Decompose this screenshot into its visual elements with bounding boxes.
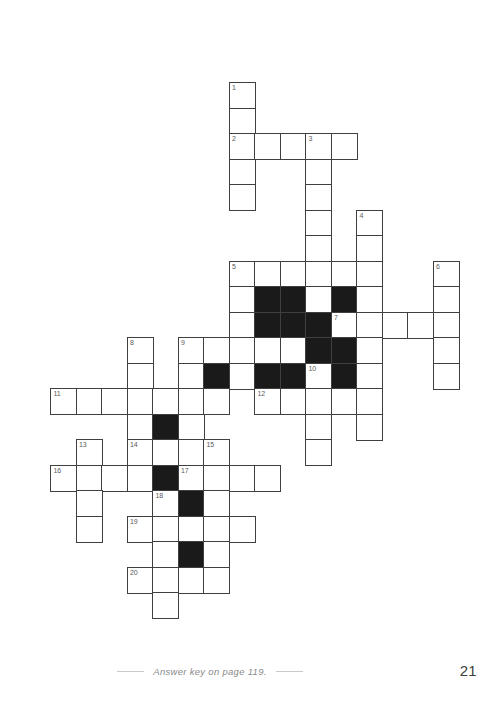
white-cell[interactable]: [254, 465, 281, 492]
white-cell[interactable]: [178, 388, 205, 415]
white-cell[interactable]: [76, 490, 103, 517]
white-cell[interactable]: 12: [254, 388, 281, 415]
black-cell: [305, 337, 332, 364]
white-cell[interactable]: [203, 490, 230, 517]
clue-number: 12: [258, 390, 265, 398]
white-cell[interactable]: [254, 133, 281, 160]
white-cell[interactable]: [229, 108, 256, 135]
black-cell: [178, 541, 205, 568]
white-cell[interactable]: [356, 261, 383, 288]
black-cell: [305, 312, 332, 339]
white-cell[interactable]: [127, 414, 154, 441]
white-cell[interactable]: [101, 465, 128, 492]
white-cell[interactable]: 1: [229, 82, 256, 109]
white-cell[interactable]: [152, 439, 179, 466]
white-cell[interactable]: [305, 261, 332, 288]
white-cell[interactable]: [203, 388, 230, 415]
white-cell[interactable]: [178, 439, 205, 466]
black-cell: [331, 286, 358, 313]
clue-number: 2: [232, 135, 236, 143]
black-cell: [203, 363, 230, 390]
clue-number: 14: [130, 441, 137, 449]
white-cell[interactable]: 2: [229, 133, 256, 160]
black-cell: [280, 286, 307, 313]
white-cell[interactable]: [152, 592, 179, 619]
white-cell[interactable]: [229, 312, 256, 339]
white-cell[interactable]: 6: [433, 261, 460, 288]
white-cell[interactable]: [356, 388, 383, 415]
footer-note: Answer key on page 119.: [0, 666, 420, 677]
white-cell[interactable]: [178, 414, 205, 441]
answer-key-note: Answer key on page 119.: [153, 666, 266, 677]
white-cell[interactable]: [76, 516, 103, 543]
white-cell[interactable]: 15: [203, 439, 230, 466]
clue-number: 5: [232, 263, 236, 271]
white-cell[interactable]: [229, 184, 256, 211]
white-cell[interactable]: [280, 133, 307, 160]
black-cell: [280, 363, 307, 390]
white-cell[interactable]: [305, 439, 332, 466]
crossword-grid: 1234567891011121314151617181920: [0, 0, 500, 660]
white-cell[interactable]: [305, 388, 332, 415]
clue-number: 20: [130, 569, 137, 577]
white-cell[interactable]: [382, 312, 409, 339]
white-cell[interactable]: [152, 541, 179, 568]
clue-number: 19: [130, 518, 137, 526]
white-cell[interactable]: 18: [152, 490, 179, 517]
black-cell: [254, 312, 281, 339]
white-cell[interactable]: [229, 159, 256, 186]
white-cell[interactable]: [203, 567, 230, 594]
clue-number: 10: [309, 365, 316, 373]
clue-number: 9: [181, 339, 185, 347]
black-cell: [152, 414, 179, 441]
white-cell[interactable]: [178, 516, 205, 543]
footer-dash-right: [276, 671, 303, 673]
white-cell[interactable]: [229, 465, 256, 492]
white-cell[interactable]: 4: [356, 210, 383, 237]
black-cell: [152, 465, 179, 492]
clue-number: 6: [436, 263, 440, 271]
white-cell[interactable]: 9: [178, 337, 205, 364]
black-cell: [331, 363, 358, 390]
clue-number: 18: [156, 492, 163, 500]
white-cell[interactable]: [203, 516, 230, 543]
black-cell: [331, 337, 358, 364]
white-cell[interactable]: 3: [305, 133, 332, 160]
white-cell[interactable]: [305, 184, 332, 211]
white-cell[interactable]: 16: [50, 465, 77, 492]
clue-number: 13: [79, 441, 86, 449]
white-cell[interactable]: 5: [229, 261, 256, 288]
white-cell[interactable]: 20: [127, 567, 154, 594]
white-cell[interactable]: [229, 337, 256, 364]
clue-number: 16: [54, 467, 61, 475]
white-cell[interactable]: 17: [178, 465, 205, 492]
white-cell[interactable]: [101, 388, 128, 415]
white-cell[interactable]: [305, 286, 332, 313]
white-cell[interactable]: [305, 210, 332, 237]
white-cell[interactable]: 8: [127, 337, 154, 364]
white-cell[interactable]: [433, 363, 460, 390]
white-cell[interactable]: [356, 235, 383, 262]
white-cell[interactable]: [280, 337, 307, 364]
white-cell[interactable]: [280, 388, 307, 415]
white-cell[interactable]: [254, 261, 281, 288]
white-cell[interactable]: [331, 261, 358, 288]
puzzle-page: 1234567891011121314151617181920 Answer k…: [0, 0, 500, 707]
white-cell[interactable]: 13: [76, 439, 103, 466]
white-cell[interactable]: [229, 363, 256, 390]
clue-number: 4: [360, 212, 364, 220]
footer-dash-left: [117, 671, 144, 673]
white-cell[interactable]: [356, 337, 383, 364]
clue-number: 15: [207, 441, 214, 449]
white-cell[interactable]: 14: [127, 439, 154, 466]
black-cell: [254, 286, 281, 313]
white-cell[interactable]: 19: [127, 516, 154, 543]
white-cell[interactable]: [305, 159, 332, 186]
white-cell[interactable]: [127, 388, 154, 415]
white-cell[interactable]: [433, 286, 460, 313]
white-cell[interactable]: [356, 363, 383, 390]
page-number: 21: [460, 662, 477, 679]
clue-number: 8: [130, 339, 134, 347]
white-cell[interactable]: [127, 465, 154, 492]
white-cell[interactable]: [76, 465, 103, 492]
white-cell[interactable]: [331, 133, 358, 160]
white-cell[interactable]: [305, 414, 332, 441]
white-cell[interactable]: [433, 312, 460, 339]
white-cell[interactable]: 7: [331, 312, 358, 339]
white-cell[interactable]: [229, 286, 256, 313]
white-cell[interactable]: [331, 388, 358, 415]
clue-number: 1: [232, 84, 236, 92]
white-cell[interactable]: [356, 312, 383, 339]
white-cell[interactable]: 11: [50, 388, 77, 415]
white-cell[interactable]: [76, 388, 103, 415]
white-cell[interactable]: [203, 541, 230, 568]
white-cell[interactable]: 10: [305, 363, 332, 390]
white-cell[interactable]: [178, 363, 205, 390]
white-cell[interactable]: [433, 337, 460, 364]
white-cell[interactable]: [305, 235, 332, 262]
clue-number: 17: [181, 467, 188, 475]
white-cell[interactable]: [178, 567, 205, 594]
white-cell[interactable]: [254, 337, 281, 364]
white-cell[interactable]: [152, 516, 179, 543]
white-cell[interactable]: [356, 286, 383, 313]
white-cell[interactable]: [152, 567, 179, 594]
white-cell[interactable]: [203, 337, 230, 364]
black-cell: [254, 363, 281, 390]
clue-number: 7: [334, 314, 338, 322]
clue-number: 11: [54, 390, 61, 398]
white-cell[interactable]: [407, 312, 434, 339]
white-cell[interactable]: [280, 261, 307, 288]
black-cell: [178, 490, 205, 517]
white-cell[interactable]: [356, 414, 383, 441]
black-cell: [280, 312, 307, 339]
white-cell[interactable]: [152, 388, 179, 415]
clue-number: 3: [309, 135, 313, 143]
white-cell[interactable]: [203, 465, 230, 492]
white-cell[interactable]: [229, 516, 256, 543]
white-cell[interactable]: [127, 363, 154, 390]
